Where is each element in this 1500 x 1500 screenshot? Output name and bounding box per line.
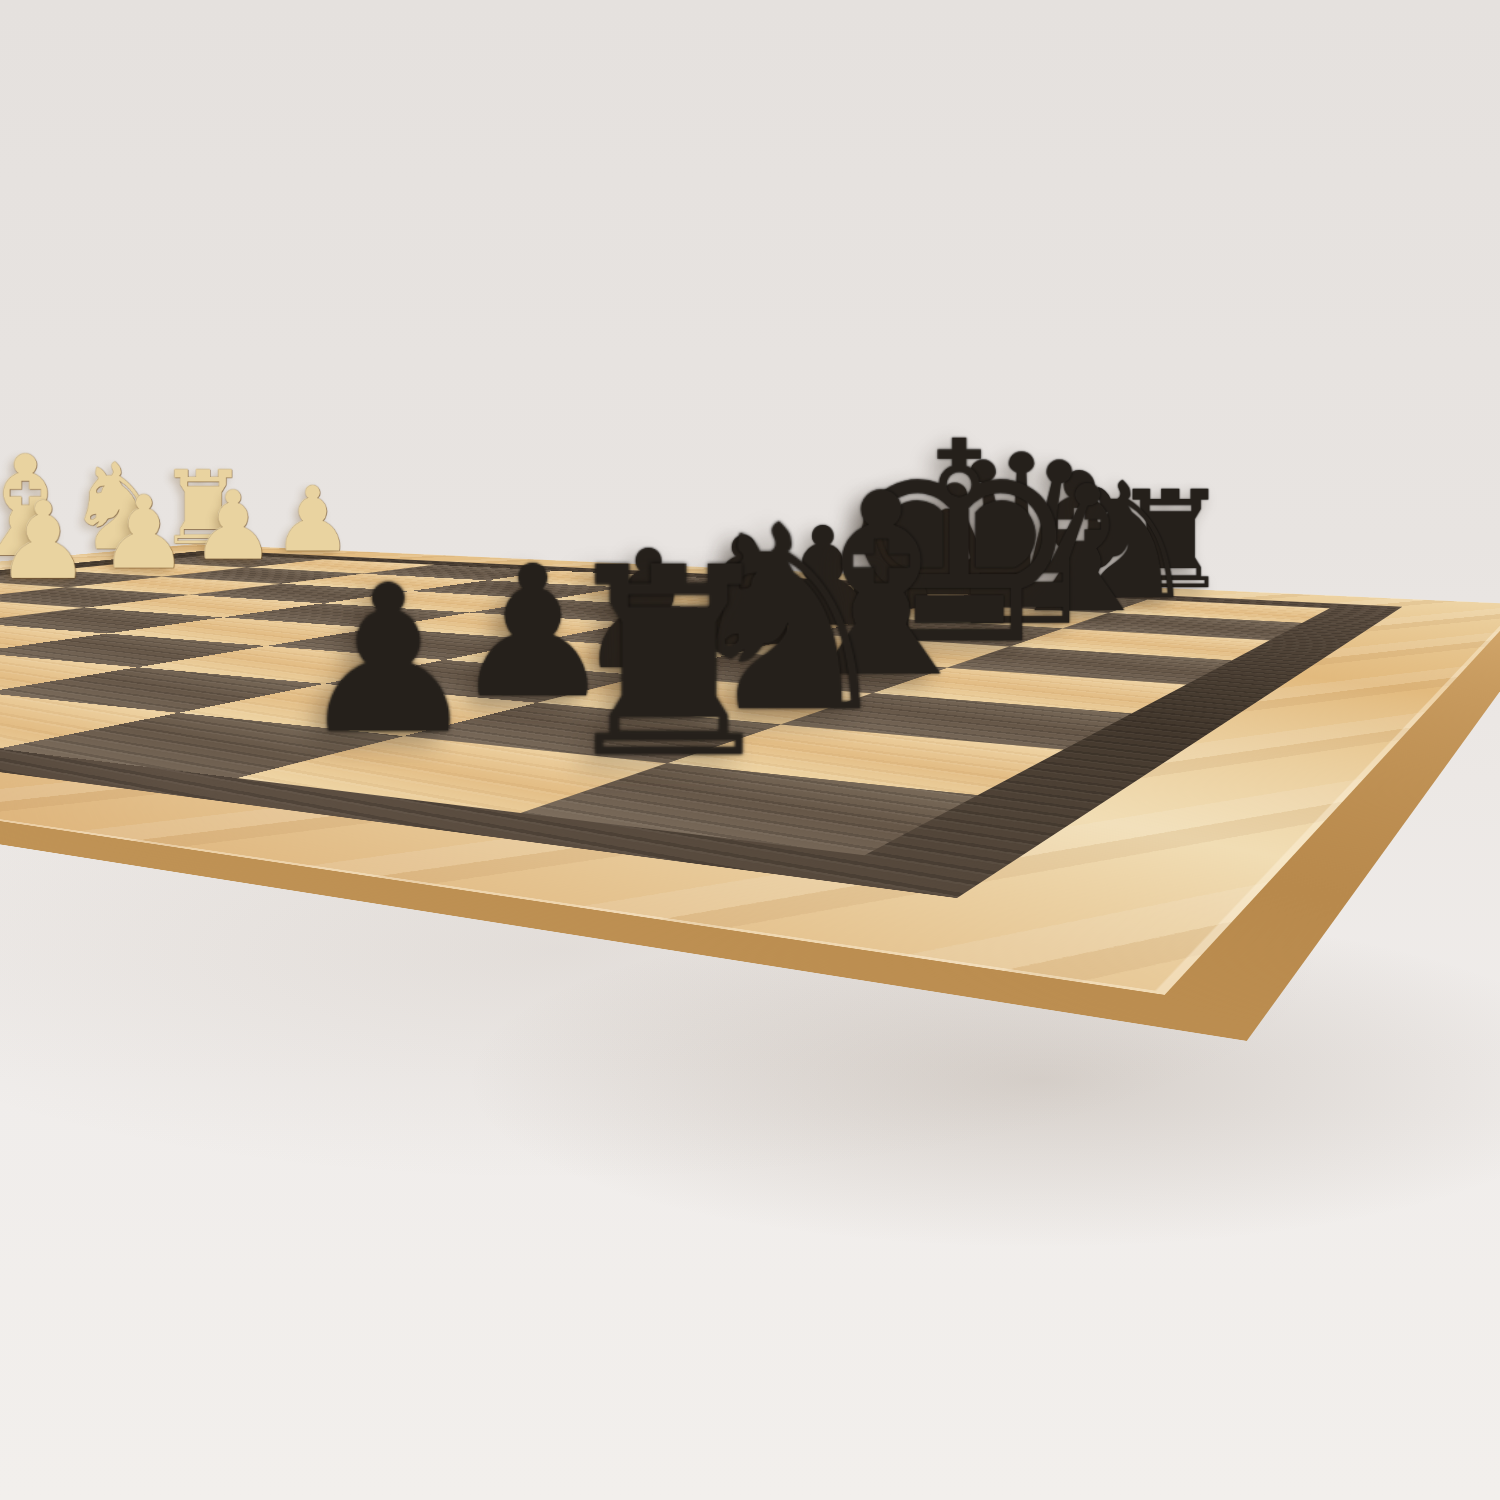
studio-background: ♜♞♝♛♚♝♞♜♟♟♟♟♟♟♟♟♟♟♟♟♟♟♟♟♜♞♝♛♚♝♞♜ xyxy=(0,0,1500,1500)
white-pawn-e2[interactable]: ♟ xyxy=(0,493,15,607)
black-rook-h8[interactable]: ♜ xyxy=(501,534,836,795)
black-pawn-h7[interactable]: ♟ xyxy=(235,559,542,763)
chess-board: ♜♞♝♛♚♝♞♜♟♟♟♟♟♟♟♟♟♟♟♟♟♟♟♟♜♞♝♛♚♝♞♜ xyxy=(0,544,1500,995)
white-pawn-d2[interactable]: ♟ xyxy=(0,488,124,595)
